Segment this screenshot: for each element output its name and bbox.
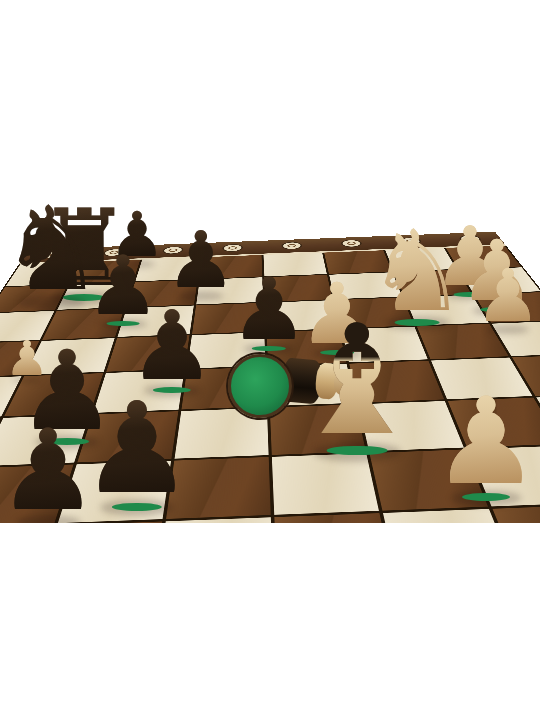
piece-dark-pawn-d6: ♟ xyxy=(166,221,236,299)
piece-light-pawn-g3: ♟ xyxy=(432,382,540,502)
piece-dark-pawn-a1: ♟ xyxy=(0,414,98,523)
product-photo-canvas: ♟♟♟♜♞♟♟♞♟♟♟♟♟♟♝♟♟♟ xyxy=(0,0,540,720)
pieces-layer: ♟♟♟♜♞♟♟♞♟♟♟♟♟♟♝♟♟♟ xyxy=(0,170,540,523)
piece-light-pawn-h6: ♟ xyxy=(475,259,540,332)
piece-two-tone-bishop-e4: ♝ xyxy=(289,305,425,457)
chess-scene: ♟♟♟♜♞♟♟♞♟♟♟♟♟♟♝♟♟♟ xyxy=(0,170,540,523)
